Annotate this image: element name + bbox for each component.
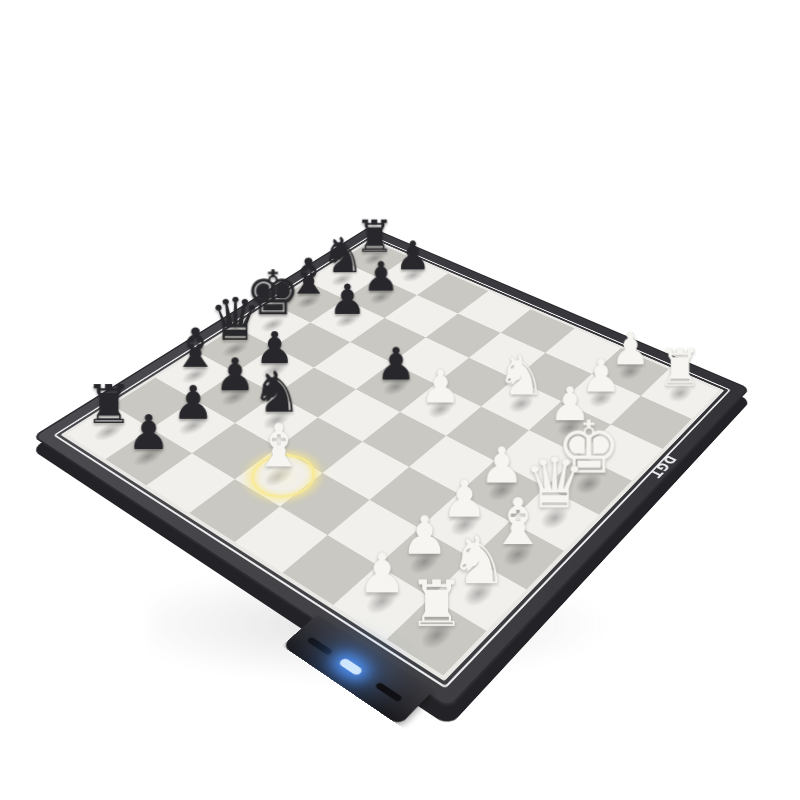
board-frame: ♜♝♛♚♝♞♜♟♟♟♟♟♟♟♞♟♝♟♞♟♟♟♟♟♟♟♜♞♝♛♚♜ DGT — [32, 227, 750, 710]
white-bishop-b5[interactable]: ♝ — [247, 399, 311, 476]
power-led-icon — [338, 657, 364, 676]
white-pawn-e4[interactable]: ♟ — [411, 337, 471, 409]
black-pawn-a7[interactable]: ♟ — [117, 381, 180, 456]
product-photo-canvas: ♜♝♛♚♝♞♜♟♟♟♟♟♟♟♞♟♝♟♞♟♟♟♟♟♟♟♜♞♝♛♚♜ DGT — [0, 0, 800, 800]
module-slot-icon — [306, 636, 333, 655]
piece-layer: ♜♝♛♚♝♞♜♟♟♟♟♟♟♟♞♟♝♟♞♟♟♟♟♟♟♟♜♞♝♛♚♜ — [66, 240, 719, 675]
chess-board: ♜♝♛♚♝♞♜♟♟♟♟♟♟♟♞♟♝♟♞♟♟♟♟♟♟♟♜♞♝♛♚♜ DGT — [32, 227, 750, 710]
white-rook-a1[interactable]: ♜ — [400, 547, 474, 635]
scene-3d: ♜♝♛♚♝♞♜♟♟♟♟♟♟♟♞♟♝♟♞♟♟♟♟♟♟♟♜♞♝♛♚♜ DGT — [0, 0, 800, 800]
module-slot-icon — [374, 682, 403, 703]
black-pawn-f7[interactable]: ♟ — [320, 255, 374, 320]
white-rook-h1[interactable]: ♜ — [651, 323, 710, 394]
